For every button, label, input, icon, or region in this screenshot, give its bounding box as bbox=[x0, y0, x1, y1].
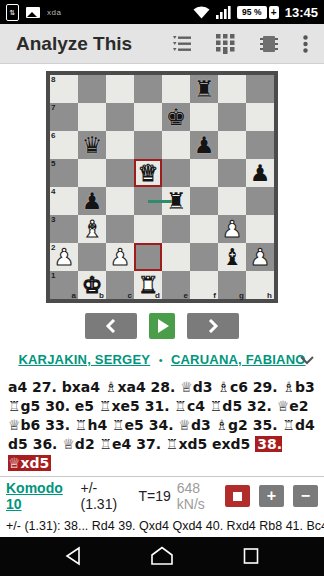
remove-line-button[interactable]: − bbox=[293, 485, 318, 507]
white-pawn[interactable]: ♟ bbox=[246, 243, 274, 271]
board-square-c8[interactable] bbox=[106, 75, 134, 103]
board-square-d7[interactable] bbox=[134, 103, 162, 131]
clock: 13:45 bbox=[285, 5, 318, 20]
battery-indicator: 95 % + bbox=[237, 6, 279, 19]
board-square-g5[interactable] bbox=[218, 159, 246, 187]
board-square-g6[interactable] bbox=[218, 131, 246, 159]
board-setup-icon[interactable] bbox=[216, 34, 235, 54]
white-bishop[interactable]: ♝ bbox=[78, 215, 106, 243]
home-button[interactable] bbox=[150, 546, 174, 570]
black-king[interactable]: ♚ bbox=[162, 103, 190, 131]
back-button[interactable] bbox=[64, 546, 82, 570]
file-label: g bbox=[239, 291, 244, 300]
black-pawn[interactable]: ♟ bbox=[190, 131, 218, 159]
file-label: d bbox=[155, 291, 160, 300]
board-square-a7[interactable]: 7 bbox=[50, 103, 78, 131]
board-square-e4[interactable]: ♜ bbox=[162, 187, 190, 215]
rank-label: 3 bbox=[51, 215, 55, 224]
file-label: c bbox=[128, 291, 132, 300]
status-bar: ⇅ xda 95 % + 13:45 bbox=[0, 0, 324, 24]
app-screen: ⇅ xda 95 % + 13:45 Analyze This bbox=[0, 0, 324, 576]
board-square-g3[interactable]: ♟ bbox=[218, 215, 246, 243]
rank-label: 7 bbox=[51, 103, 55, 112]
file-label: e bbox=[184, 291, 188, 300]
rank-label: 4 bbox=[51, 187, 55, 196]
board-square-g8[interactable] bbox=[218, 75, 246, 103]
board-square-a4[interactable]: 4 bbox=[50, 187, 78, 215]
add-line-button[interactable]: + bbox=[259, 485, 284, 507]
board-square-c6[interactable] bbox=[106, 131, 134, 159]
white-player-name[interactable]: KARJAKIN, SERGEY bbox=[18, 352, 150, 367]
board-square-e3[interactable] bbox=[162, 215, 190, 243]
board-square-c7[interactable] bbox=[106, 103, 134, 131]
board-square-c5[interactable] bbox=[106, 159, 134, 187]
chess-board: 8♜7♚6♛♟5♛♟4♟♜3♝♟2♟♟♝♟1ab♚cd♜efgh bbox=[46, 71, 278, 303]
file-label: b bbox=[99, 291, 104, 300]
board-square-b6[interactable]: ♛ bbox=[78, 131, 106, 159]
board-square-b5[interactable] bbox=[78, 159, 106, 187]
engine-time: T=19 bbox=[138, 488, 170, 504]
file-label: h bbox=[267, 291, 272, 300]
board-square-b3[interactable]: ♝ bbox=[78, 215, 106, 243]
board-square-c4[interactable] bbox=[106, 187, 134, 215]
rank-label: 5 bbox=[51, 159, 55, 168]
board-square-g1[interactable]: g bbox=[218, 271, 246, 299]
board-square-b2[interactable] bbox=[78, 243, 106, 271]
stop-icon bbox=[233, 492, 242, 501]
board-square-a3[interactable]: 3 bbox=[50, 215, 78, 243]
black-bishop[interactable]: ♝ bbox=[218, 243, 246, 271]
move-nav-controls bbox=[0, 313, 324, 339]
board-square-h2[interactable]: ♟ bbox=[246, 243, 274, 271]
board-square-f8[interactable]: ♜ bbox=[190, 75, 218, 103]
play-icon bbox=[158, 319, 169, 333]
engine-status-row: Komodo 10 +/- (1.31) T=19 648 kN/s + − bbox=[0, 477, 324, 514]
board-square-a1[interactable]: 1a bbox=[50, 271, 78, 299]
autoplay-button[interactable] bbox=[149, 313, 175, 339]
board-square-h7[interactable] bbox=[246, 103, 274, 131]
board-square-a8[interactable]: 8 bbox=[50, 75, 78, 103]
board-square-h1[interactable]: h bbox=[246, 271, 274, 299]
black-pawn[interactable]: ♟ bbox=[78, 187, 106, 215]
move-list-icon[interactable] bbox=[172, 35, 192, 53]
screenshot-icon bbox=[26, 7, 40, 18]
board-square-f5[interactable] bbox=[190, 159, 218, 187]
board-square-d3[interactable] bbox=[134, 215, 162, 243]
engine-eval: +/- (1.31) bbox=[81, 480, 131, 512]
battery-percent: 95 % bbox=[237, 6, 267, 19]
board-square-g2[interactable]: ♝ bbox=[218, 243, 246, 271]
board-square-d5[interactable]: ♛ bbox=[134, 159, 162, 187]
rank-label: 1 bbox=[51, 271, 55, 280]
board-square-e1[interactable]: e bbox=[162, 271, 190, 299]
board-square-b7[interactable] bbox=[78, 103, 106, 131]
white-pawn[interactable]: ♟ bbox=[106, 243, 134, 271]
board-square-g4[interactable] bbox=[218, 187, 246, 215]
black-queen[interactable]: ♛ bbox=[78, 131, 106, 159]
battery-charging-icon: + bbox=[269, 6, 279, 19]
board-square-f7[interactable] bbox=[190, 103, 218, 131]
recents-button[interactable] bbox=[242, 546, 260, 570]
board-square-c1[interactable]: c bbox=[106, 271, 134, 299]
black-rook[interactable]: ♜ bbox=[162, 187, 190, 215]
board-square-a5[interactable]: 5 bbox=[50, 159, 78, 187]
engine-chip-icon[interactable] bbox=[259, 34, 279, 54]
overflow-menu-icon[interactable] bbox=[303, 35, 308, 53]
app-title: Analyze This bbox=[16, 33, 132, 55]
board-square-f4[interactable] bbox=[190, 187, 218, 215]
prev-move-button[interactable] bbox=[85, 313, 137, 339]
engine-speed: 648 kN/s bbox=[177, 480, 225, 512]
rank-label: 2 bbox=[51, 243, 55, 252]
board-square-e6[interactable] bbox=[162, 131, 190, 159]
board-square-f1[interactable]: f bbox=[190, 271, 218, 299]
board-square-a6[interactable]: 6 bbox=[50, 131, 78, 159]
board-square-c3[interactable] bbox=[106, 215, 134, 243]
board-square-e8[interactable] bbox=[162, 75, 190, 103]
board-square-f2[interactable] bbox=[190, 243, 218, 271]
usb-device-icon: ⇅ bbox=[6, 4, 19, 21]
board-square-h8[interactable] bbox=[246, 75, 274, 103]
chevron-right-icon bbox=[207, 319, 219, 333]
board-square-h4[interactable] bbox=[246, 187, 274, 215]
app-bar: Analyze This bbox=[0, 24, 324, 64]
wifi-icon bbox=[193, 6, 210, 19]
game-header[interactable]: KARJAKIN, SERGEY • CARUANA, FABIANO bbox=[0, 350, 324, 366]
file-label: f bbox=[213, 291, 216, 300]
board-square-h6[interactable] bbox=[246, 131, 274, 159]
white-queen[interactable]: ♛ bbox=[134, 159, 162, 187]
next-move-button[interactable] bbox=[187, 313, 239, 339]
rank-label: 6 bbox=[51, 131, 55, 140]
players-separator: • bbox=[159, 354, 163, 366]
board-square-e2[interactable] bbox=[162, 243, 190, 271]
board-square-d1[interactable]: d♜ bbox=[134, 271, 162, 299]
board-square-f6[interactable]: ♟ bbox=[190, 131, 218, 159]
chevron-left-icon bbox=[105, 319, 117, 333]
white-pawn[interactable]: ♟ bbox=[218, 215, 246, 243]
android-nav-bar bbox=[0, 537, 324, 576]
board-square-d2[interactable] bbox=[134, 243, 162, 271]
carrier-label: xda bbox=[47, 8, 61, 17]
engine-stop-button[interactable] bbox=[225, 485, 250, 507]
board-square-b8[interactable] bbox=[78, 75, 106, 103]
board-square-e5[interactable] bbox=[162, 159, 190, 187]
board-square-b1[interactable]: b♚ bbox=[78, 271, 106, 299]
file-label: a bbox=[72, 291, 76, 300]
move-list[interactable]: a4 27. bxa4 ♗xa4 28. ♕d3 ♗c6 29. ♗b3 ♖g5… bbox=[8, 378, 316, 473]
signal-icon bbox=[216, 6, 231, 19]
board-square-c2[interactable]: ♟ bbox=[106, 243, 134, 271]
board-square-h5[interactable]: ♟ bbox=[246, 159, 274, 187]
board-square-a2[interactable]: 2♟ bbox=[50, 243, 78, 271]
board-square-f3[interactable] bbox=[190, 215, 218, 243]
board-square-d6[interactable] bbox=[134, 131, 162, 159]
engine-name[interactable]: Komodo 10 bbox=[6, 480, 73, 512]
board-square-h3[interactable] bbox=[246, 215, 274, 243]
board-square-d8[interactable] bbox=[134, 75, 162, 103]
black-pawn[interactable]: ♟ bbox=[246, 159, 274, 187]
rank-label: 8 bbox=[51, 75, 55, 84]
board-square-g7[interactable] bbox=[218, 103, 246, 131]
board-square-e7[interactable]: ♚ bbox=[162, 103, 190, 131]
expand-chevron-down-icon[interactable] bbox=[300, 351, 314, 369]
engine-line-1[interactable]: +/- (1.31): 38... Rd4 39. Qxd4 Qxd4 40. … bbox=[6, 517, 324, 536]
board-square-b4[interactable]: ♟ bbox=[78, 187, 106, 215]
black-rook[interactable]: ♜ bbox=[190, 75, 218, 103]
black-player-name[interactable]: CARUANA, FABIANO bbox=[171, 352, 306, 367]
